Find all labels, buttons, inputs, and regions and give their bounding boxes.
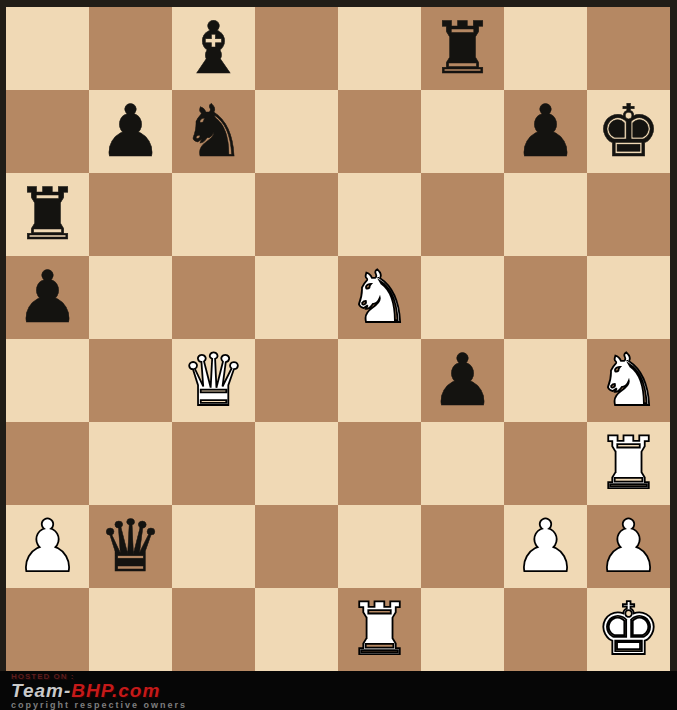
square-f2[interactable]: [421, 505, 504, 588]
white-king[interactable]: ♚: [587, 588, 670, 671]
square-g6[interactable]: [504, 173, 587, 256]
square-d5[interactable]: [255, 256, 338, 339]
square-f3[interactable]: [421, 422, 504, 505]
square-h7[interactable]: ♚: [587, 90, 670, 173]
square-a2[interactable]: ♟: [6, 505, 89, 588]
square-e1[interactable]: ♜: [338, 588, 421, 671]
black-knight[interactable]: ♞: [172, 90, 255, 173]
square-b7[interactable]: ♟: [89, 90, 172, 173]
white-pawn[interactable]: ♟: [587, 505, 670, 588]
black-pawn[interactable]: ♟: [504, 90, 587, 173]
square-f8[interactable]: ♜: [421, 7, 504, 90]
square-b5[interactable]: [89, 256, 172, 339]
square-c7[interactable]: ♞: [172, 90, 255, 173]
square-h8[interactable]: [587, 7, 670, 90]
black-bishop[interactable]: ♝: [172, 7, 255, 90]
white-pawn[interactable]: ♟: [504, 505, 587, 588]
black-king[interactable]: ♚: [587, 90, 670, 173]
chess-board: ♝♜♟♞♟♚♜♟♞♛♟♞♜♟♛♟♟♜♚: [6, 7, 670, 671]
square-c2[interactable]: [172, 505, 255, 588]
square-f7[interactable]: [421, 90, 504, 173]
white-pawn[interactable]: ♟: [6, 505, 89, 588]
square-e7[interactable]: [338, 90, 421, 173]
square-h6[interactable]: [587, 173, 670, 256]
watermark-bar: HOSTED ON : Team-BHP.com copyright respe…: [0, 671, 677, 710]
square-h5[interactable]: [587, 256, 670, 339]
square-e3[interactable]: [338, 422, 421, 505]
square-g1[interactable]: [504, 588, 587, 671]
square-a7[interactable]: [6, 90, 89, 173]
square-g8[interactable]: [504, 7, 587, 90]
white-rook[interactable]: ♜: [338, 588, 421, 671]
square-c3[interactable]: [172, 422, 255, 505]
square-c6[interactable]: [172, 173, 255, 256]
square-b2[interactable]: ♛: [89, 505, 172, 588]
square-d8[interactable]: [255, 7, 338, 90]
black-rook[interactable]: ♜: [421, 7, 504, 90]
square-h4[interactable]: ♞: [587, 339, 670, 422]
square-d1[interactable]: [255, 588, 338, 671]
square-d2[interactable]: [255, 505, 338, 588]
square-b4[interactable]: [89, 339, 172, 422]
square-f5[interactable]: [421, 256, 504, 339]
square-a4[interactable]: [6, 339, 89, 422]
square-g4[interactable]: [504, 339, 587, 422]
black-pawn[interactable]: ♟: [6, 256, 89, 339]
square-e8[interactable]: [338, 7, 421, 90]
square-d4[interactable]: [255, 339, 338, 422]
black-pawn[interactable]: ♟: [421, 339, 504, 422]
square-c8[interactable]: ♝: [172, 7, 255, 90]
square-f1[interactable]: [421, 588, 504, 671]
square-b1[interactable]: [89, 588, 172, 671]
copyright-label: copyright respective owners: [11, 700, 677, 710]
square-a5[interactable]: ♟: [6, 256, 89, 339]
square-b6[interactable]: [89, 173, 172, 256]
square-f6[interactable]: [421, 173, 504, 256]
square-h1[interactable]: ♚: [587, 588, 670, 671]
square-g5[interactable]: [504, 256, 587, 339]
square-a8[interactable]: [6, 7, 89, 90]
square-c5[interactable]: [172, 256, 255, 339]
square-e6[interactable]: [338, 173, 421, 256]
white-rook[interactable]: ♜: [587, 422, 670, 505]
square-a1[interactable]: [6, 588, 89, 671]
square-b8[interactable]: [89, 7, 172, 90]
site-name-bhp: BHP.com: [71, 680, 160, 701]
black-queen[interactable]: ♛: [89, 505, 172, 588]
black-pawn[interactable]: ♟: [89, 90, 172, 173]
square-h2[interactable]: ♟: [587, 505, 670, 588]
square-b3[interactable]: [89, 422, 172, 505]
square-e4[interactable]: [338, 339, 421, 422]
square-h3[interactable]: ♜: [587, 422, 670, 505]
square-d6[interactable]: [255, 173, 338, 256]
square-g2[interactable]: ♟: [504, 505, 587, 588]
black-rook[interactable]: ♜: [6, 173, 89, 256]
page-frame: ♝♜♟♞♟♚♜♟♞♛♟♞♜♟♛♟♟♜♚ HOSTED ON : Team-BHP…: [0, 0, 677, 710]
square-d3[interactable]: [255, 422, 338, 505]
white-queen[interactable]: ♛: [172, 339, 255, 422]
square-c4[interactable]: ♛: [172, 339, 255, 422]
square-g3[interactable]: [504, 422, 587, 505]
square-a6[interactable]: ♜: [6, 173, 89, 256]
site-name-team: Team-: [11, 680, 71, 701]
square-e2[interactable]: [338, 505, 421, 588]
square-d7[interactable]: [255, 90, 338, 173]
square-a3[interactable]: [6, 422, 89, 505]
square-e5[interactable]: ♞: [338, 256, 421, 339]
site-name: Team-BHP.com: [11, 681, 677, 700]
square-f4[interactable]: ♟: [421, 339, 504, 422]
white-knight[interactable]: ♞: [587, 339, 670, 422]
white-knight[interactable]: ♞: [338, 256, 421, 339]
square-c1[interactable]: [172, 588, 255, 671]
square-g7[interactable]: ♟: [504, 90, 587, 173]
